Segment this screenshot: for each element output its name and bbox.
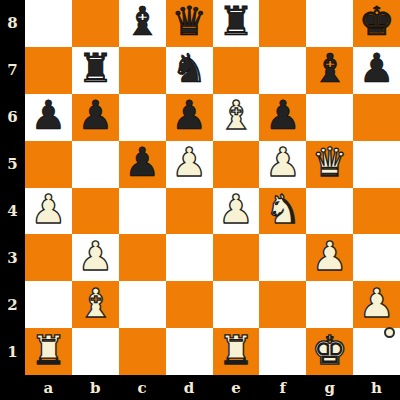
rank-label-6: 6 [0,94,25,141]
square-d2[interactable] [166,281,213,328]
square-h4[interactable] [353,188,400,235]
piece-black-pawn: ♟ [31,92,67,138]
piece-white-pawn: ♟ [312,233,348,279]
rank-label-8: 8 [0,0,25,47]
piece-black-bishop: ♝ [312,45,348,91]
file-label-d: d [166,375,213,400]
file-label-a: a [25,375,72,400]
square-e3[interactable] [213,234,260,281]
square-e4[interactable]: ♟ [213,188,260,235]
file-label-h: h [353,375,400,400]
piece-white-pawn: ♟ [31,186,67,232]
square-f7[interactable] [259,47,306,94]
square-f2[interactable] [259,281,306,328]
piece-white-rook: ♜ [218,327,254,373]
rank-label-7: 7 [0,47,25,94]
piece-black-pawn: ♟ [77,92,113,138]
square-h6[interactable] [353,94,400,141]
chess-board-screenshot: 8♝♛♜♚7♜♞♝♟6♟♟♟♝♟5♟♟♟♛4♟♟♞3♟♟2♝♟1♜♜♚abcde… [0,0,400,400]
piece-white-bishop: ♝ [77,280,113,326]
square-b5[interactable] [72,141,119,188]
square-c1[interactable] [119,328,166,375]
piece-black-knight: ♞ [171,45,207,91]
square-d4[interactable] [166,188,213,235]
square-d5[interactable]: ♟ [166,141,213,188]
rank-label-3: 3 [0,234,25,281]
piece-black-rook: ♜ [218,0,254,44]
square-f5[interactable]: ♟ [259,141,306,188]
square-a2[interactable] [25,281,72,328]
piece-black-pawn: ♟ [124,139,160,185]
square-e2[interactable] [213,281,260,328]
square-d8[interactable]: ♛ [166,0,213,47]
file-label-e: e [213,375,260,400]
square-b1[interactable] [72,328,119,375]
file-label-b: b [72,375,119,400]
square-d3[interactable] [166,234,213,281]
corner-spacer [0,375,25,400]
square-e6[interactable]: ♝ [213,94,260,141]
square-b7[interactable]: ♜ [72,47,119,94]
square-f8[interactable] [259,0,306,47]
square-g3[interactable]: ♟ [306,234,353,281]
square-a4[interactable]: ♟ [25,188,72,235]
square-e7[interactable] [213,47,260,94]
piece-black-queen: ♛ [171,0,207,44]
square-c5[interactable]: ♟ [119,141,166,188]
square-b8[interactable] [72,0,119,47]
square-f4[interactable]: ♞ [259,188,306,235]
square-b6[interactable]: ♟ [72,94,119,141]
piece-white-bishop: ♝ [218,92,254,138]
square-h3[interactable] [353,234,400,281]
square-g7[interactable]: ♝ [306,47,353,94]
rank-label-1: 1 [0,328,25,375]
piece-black-pawn: ♟ [265,92,301,138]
square-f3[interactable] [259,234,306,281]
rank-label-2: 2 [0,281,25,328]
piece-black-rook: ♜ [77,45,113,91]
piece-white-pawn: ♟ [265,139,301,185]
square-g2[interactable] [306,281,353,328]
piece-white-knight: ♞ [265,186,301,232]
square-a5[interactable] [25,141,72,188]
move-marker [384,327,395,338]
square-c7[interactable] [119,47,166,94]
piece-black-king: ♚ [359,0,395,44]
piece-black-pawn: ♟ [171,92,207,138]
square-c8[interactable]: ♝ [119,0,166,47]
square-c4[interactable] [119,188,166,235]
square-a1[interactable]: ♜ [25,328,72,375]
piece-white-rook: ♜ [31,327,67,373]
piece-white-pawn: ♟ [171,139,207,185]
square-a3[interactable] [25,234,72,281]
square-c2[interactable] [119,281,166,328]
square-c3[interactable] [119,234,166,281]
piece-black-bishop: ♝ [124,0,160,44]
square-a6[interactable]: ♟ [25,94,72,141]
piece-white-queen: ♛ [312,139,348,185]
square-h5[interactable] [353,141,400,188]
square-d1[interactable] [166,328,213,375]
square-h8[interactable]: ♚ [353,0,400,47]
piece-white-king: ♚ [312,327,348,373]
square-d7[interactable]: ♞ [166,47,213,94]
square-e1[interactable]: ♜ [213,328,260,375]
square-d6[interactable]: ♟ [166,94,213,141]
piece-white-pawn: ♟ [218,186,254,232]
square-h7[interactable]: ♟ [353,47,400,94]
square-b2[interactable]: ♝ [72,281,119,328]
square-b3[interactable]: ♟ [72,234,119,281]
square-e5[interactable] [213,141,260,188]
file-label-f: f [259,375,306,400]
square-g5[interactable]: ♛ [306,141,353,188]
rank-label-5: 5 [0,141,25,188]
piece-white-pawn: ♟ [77,233,113,279]
square-c6[interactable] [119,94,166,141]
square-g6[interactable] [306,94,353,141]
square-b4[interactable] [72,188,119,235]
square-h2[interactable]: ♟ [353,281,400,328]
square-e8[interactable]: ♜ [213,0,260,47]
square-g1[interactable]: ♚ [306,328,353,375]
square-f1[interactable] [259,328,306,375]
file-label-g: g [306,375,353,400]
file-label-c: c [119,375,166,400]
square-f6[interactable]: ♟ [259,94,306,141]
chess-board: 8♝♛♜♚7♜♞♝♟6♟♟♟♝♟5♟♟♟♛4♟♟♞3♟♟2♝♟1♜♜♚abcde… [0,0,400,400]
square-a8[interactable] [25,0,72,47]
square-g8[interactable] [306,0,353,47]
piece-black-pawn: ♟ [359,45,395,91]
piece-white-pawn: ♟ [359,280,395,326]
square-a7[interactable] [25,47,72,94]
rank-label-4: 4 [0,188,25,235]
square-g4[interactable] [306,188,353,235]
